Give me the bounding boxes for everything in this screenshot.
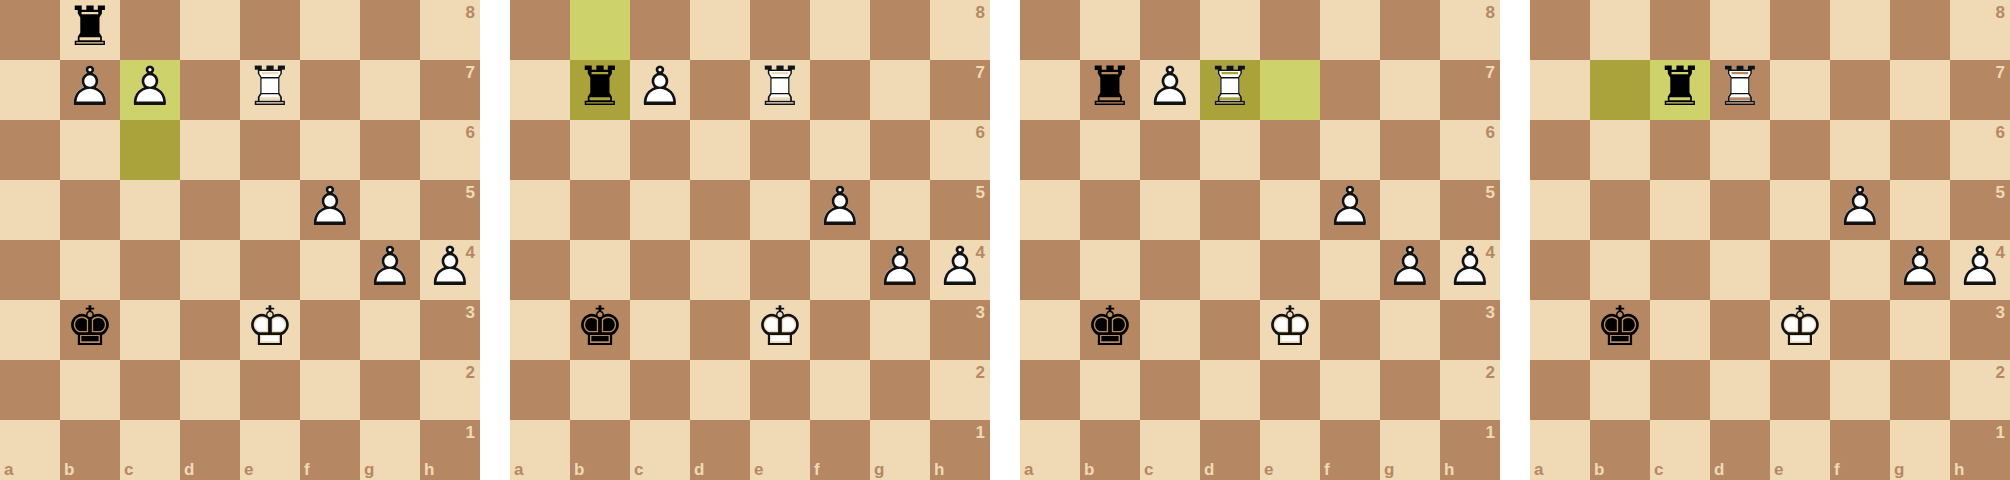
white-pawn-outline-glyph: ♙ [1896,240,1944,294]
square-e5[interactable] [1260,180,1320,240]
rank-label-3: 3 [1486,304,1495,321]
square-f4[interactable] [1830,240,1890,300]
file-label-d: d [1714,461,1724,478]
square-e2[interactable] [750,360,810,420]
square-a8[interactable] [1530,0,1590,60]
square-c3[interactable] [120,300,180,360]
square-g6[interactable] [360,120,420,180]
square-e7[interactable]: ♜♖ [750,60,810,120]
square-b5[interactable] [570,180,630,240]
white-king-outline-glyph: ♔ [246,300,294,354]
square-f2[interactable] [810,360,870,420]
white-pawn[interactable]: ♟♙ [120,60,180,120]
square-b2[interactable] [1080,360,1140,420]
square-d7[interactable]: ♜♖ [1710,60,1770,120]
square-c2[interactable] [120,360,180,420]
square-a8[interactable] [510,0,570,60]
black-king[interactable]: ♚ [1590,300,1650,360]
rank-label-6: 6 [976,124,985,141]
square-a5[interactable] [1530,180,1590,240]
square-a8[interactable] [0,0,60,60]
file-label-f: f [1834,461,1840,478]
square-b4[interactable] [1590,240,1650,300]
black-rook-glyph: ♜ [576,60,624,114]
file-label-f: f [814,461,820,478]
square-g7[interactable] [1380,60,1440,120]
square-d2[interactable] [1200,360,1260,420]
rank-label-5: 5 [1486,184,1495,201]
square-b4[interactable] [570,240,630,300]
square-g4[interactable]: ♟♙ [1380,240,1440,300]
white-pawn-outline-glyph: ♙ [366,240,414,294]
square-a3[interactable] [1530,300,1590,360]
square-b4[interactable] [60,240,120,300]
square-c8[interactable] [1650,0,1710,60]
square-b3[interactable]: ♚ [1080,300,1140,360]
rank-label-8: 8 [466,4,475,21]
file-label-b: b [1084,461,1094,478]
square-f8[interactable] [810,0,870,60]
square-d8[interactable] [1710,0,1770,60]
square-f7[interactable] [300,60,360,120]
square-e8[interactable] [240,0,300,60]
rank-label-2: 2 [1996,364,2005,381]
square-b7[interactable]: ♜ [1080,60,1140,120]
white-rook[interactable]: ♜♖ [750,60,810,120]
square-d3[interactable] [1200,300,1260,360]
white-pawn-outline-glyph: ♙ [126,60,174,114]
square-b3[interactable]: ♚ [1590,300,1650,360]
square-c2[interactable] [1650,360,1710,420]
square-a7[interactable] [0,60,60,120]
square-a6[interactable] [1530,120,1590,180]
square-a3[interactable] [510,300,570,360]
square-a2[interactable] [1020,360,1080,420]
square-c3[interactable] [630,300,690,360]
file-label-c: c [1654,461,1663,478]
square-a8[interactable] [1020,0,1080,60]
square-g3[interactable] [1890,300,1950,360]
square-b4[interactable] [1080,240,1140,300]
square-b2[interactable] [60,360,120,420]
black-rook[interactable]: ♜ [570,60,630,120]
square-e5[interactable] [1770,180,1830,240]
square-c4[interactable] [120,240,180,300]
rank-label-8: 8 [976,4,985,21]
square-a4[interactable] [0,240,60,300]
square-c4[interactable] [1650,240,1710,300]
square-d8[interactable] [1200,0,1260,60]
rank-label-1: 1 [1996,424,2005,441]
black-king-glyph: ♚ [576,300,624,354]
square-b2[interactable] [1590,360,1650,420]
square-a3[interactable] [0,300,60,360]
square-b6[interactable] [570,120,630,180]
file-label-h: h [1954,461,1964,478]
black-king[interactable]: ♚ [570,300,630,360]
square-e3[interactable]: ♚♔ [1260,300,1320,360]
square-b8[interactable] [570,0,630,60]
square-c3[interactable] [1650,300,1710,360]
white-king[interactable]: ♚♔ [1260,300,1320,360]
square-f6[interactable] [1830,120,1890,180]
black-rook[interactable]: ♜ [60,0,120,60]
square-b7[interactable]: ♜ [570,60,630,120]
white-pawn[interactable]: ♟♙ [810,180,870,240]
square-d4[interactable] [180,240,240,300]
square-d5[interactable] [180,180,240,240]
square-e8[interactable] [1770,0,1830,60]
square-d2[interactable] [1710,360,1770,420]
square-g8[interactable] [360,0,420,60]
white-king[interactable]: ♚♔ [750,300,810,360]
square-d5[interactable] [690,180,750,240]
white-pawn[interactable]: ♟♙ [360,240,420,300]
square-f8[interactable] [1830,0,1890,60]
rank-label-7: 7 [976,64,985,81]
square-c6[interactable] [1140,120,1200,180]
square-d7[interactable]: ♜♖ [1200,60,1260,120]
square-d5[interactable] [1710,180,1770,240]
square-d8[interactable] [180,0,240,60]
square-b2[interactable] [570,360,630,420]
square-d3[interactable] [1710,300,1770,360]
rank-label-4: 4 [1486,244,1495,261]
square-a5[interactable] [510,180,570,240]
square-e4[interactable] [1770,240,1830,300]
rank-label-1: 1 [466,424,475,441]
square-c8[interactable] [120,0,180,60]
square-f4[interactable] [300,240,360,300]
square-g6[interactable] [870,120,930,180]
file-label-e: e [754,461,763,478]
square-g5[interactable] [1380,180,1440,240]
square-g4[interactable]: ♟♙ [870,240,930,300]
square-c5[interactable] [120,180,180,240]
square-d4[interactable] [1710,240,1770,300]
white-king[interactable]: ♚♔ [1770,300,1830,360]
square-c7[interactable]: ♜ [1650,60,1710,120]
square-f3[interactable] [300,300,360,360]
rank-label-5: 5 [976,184,985,201]
square-e3[interactable]: ♚♔ [750,300,810,360]
black-rook-glyph: ♜ [1086,60,1134,114]
square-c5[interactable] [1140,180,1200,240]
white-king-outline-glyph: ♔ [1266,300,1314,354]
square-e6[interactable] [1260,120,1320,180]
square-f2[interactable] [300,360,360,420]
square-e3[interactable]: ♚♔ [1770,300,1830,360]
square-c7[interactable]: ♟♙ [630,60,690,120]
white-pawn-outline-glyph: ♙ [66,60,114,114]
square-e2[interactable] [1260,360,1320,420]
square-e4[interactable] [750,240,810,300]
square-c6[interactable] [630,120,690,180]
square-g7[interactable] [360,60,420,120]
square-a2[interactable] [510,360,570,420]
file-label-g: g [874,461,884,478]
rank-label-7: 7 [1996,64,2005,81]
square-d2[interactable] [690,360,750,420]
file-label-b: b [64,461,74,478]
square-b3[interactable]: ♚ [60,300,120,360]
square-c8[interactable] [630,0,690,60]
white-pawn[interactable]: ♟♙ [1380,240,1440,300]
square-g3[interactable] [1380,300,1440,360]
file-label-g: g [1894,461,1904,478]
square-b3[interactable]: ♚ [570,300,630,360]
square-d6[interactable] [1200,120,1260,180]
square-b8[interactable]: ♜ [60,0,120,60]
square-e7[interactable] [1770,60,1830,120]
square-e2[interactable] [1770,360,1830,420]
square-d8[interactable] [690,0,750,60]
square-g2[interactable] [870,360,930,420]
square-f8[interactable] [300,0,360,60]
file-label-f: f [1324,461,1330,478]
white-pawn[interactable]: ♟♙ [1890,240,1950,300]
white-pawn-outline-glyph: ♙ [1386,240,1434,294]
square-d7[interactable] [690,60,750,120]
square-f2[interactable] [1320,360,1380,420]
square-g2[interactable] [360,360,420,420]
rank-label-8: 8 [1486,4,1495,21]
square-a6[interactable] [1020,120,1080,180]
board-position-4: ♜♜♖♟♙♟♙♟♙♚♚♔87654321abcdefgh [1530,0,2010,480]
square-b8[interactable] [1080,0,1140,60]
black-king[interactable]: ♚ [60,300,120,360]
square-a7[interactable] [1020,60,1080,120]
square-c5[interactable] [630,180,690,240]
white-pawn[interactable]: ♟♙ [300,180,360,240]
rank-label-2: 2 [1486,364,1495,381]
file-label-e: e [244,461,253,478]
square-g3[interactable] [360,300,420,360]
square-d6[interactable] [690,120,750,180]
white-pawn-outline-glyph: ♙ [816,180,864,234]
square-f3[interactable] [810,300,870,360]
white-pawn-outline-glyph: ♙ [1146,60,1194,114]
square-g8[interactable] [1890,0,1950,60]
square-d6[interactable] [180,120,240,180]
rank-label-6: 6 [466,124,475,141]
square-f7[interactable] [810,60,870,120]
square-e8[interactable] [1260,0,1320,60]
rank-label-6: 6 [1486,124,1495,141]
square-c6[interactable] [1650,120,1710,180]
square-c4[interactable] [630,240,690,300]
white-pawn[interactable]: ♟♙ [1140,60,1200,120]
white-pawn[interactable]: ♟♙ [870,240,930,300]
square-a2[interactable] [0,360,60,420]
rank-label-3: 3 [1996,304,2005,321]
rank-label-5: 5 [466,184,475,201]
board-position-2: ♜♟♙♜♖♟♙♟♙♟♙♚♚♔87654321abcdefgh [510,0,990,480]
square-b7[interactable] [1590,60,1650,120]
square-g5[interactable] [1890,180,1950,240]
square-f7[interactable] [1830,60,1890,120]
square-a5[interactable] [0,180,60,240]
black-rook[interactable]: ♜ [1650,60,1710,120]
white-rook[interactable]: ♜♖ [240,60,300,120]
square-g6[interactable] [1890,120,1950,180]
square-f3[interactable] [1320,300,1380,360]
square-a2[interactable] [1530,360,1590,420]
rank-label-4: 4 [1996,244,2005,261]
white-pawn-outline-glyph: ♙ [306,180,354,234]
square-e5[interactable] [240,180,300,240]
square-g5[interactable] [360,180,420,240]
file-label-a: a [1024,461,1033,478]
square-a7[interactable] [510,60,570,120]
square-c6[interactable] [120,120,180,180]
white-king[interactable]: ♚♔ [240,300,300,360]
square-g7[interactable] [1890,60,1950,120]
square-a4[interactable] [1530,240,1590,300]
square-c8[interactable] [1140,0,1200,60]
square-e7[interactable]: ♜♖ [240,60,300,120]
rank-label-6: 6 [1996,124,2005,141]
black-rook[interactable]: ♜ [1080,60,1140,120]
square-g4[interactable]: ♟♙ [360,240,420,300]
square-f5[interactable]: ♟♙ [1320,180,1380,240]
square-a4[interactable] [1020,240,1080,300]
square-c2[interactable] [630,360,690,420]
square-c7[interactable]: ♟♙ [120,60,180,120]
white-pawn[interactable]: ♟♙ [630,60,690,120]
square-d3[interactable] [180,300,240,360]
black-rook-glyph: ♜ [66,0,114,54]
square-c5[interactable] [1650,180,1710,240]
square-g8[interactable] [1380,0,1440,60]
square-b6[interactable] [60,120,120,180]
square-e4[interactable] [1260,240,1320,300]
square-f6[interactable] [1320,120,1380,180]
rank-label-7: 7 [1486,64,1495,81]
square-d4[interactable] [1200,240,1260,300]
square-e5[interactable] [750,180,810,240]
square-g4[interactable]: ♟♙ [1890,240,1950,300]
square-f5[interactable]: ♟♙ [810,180,870,240]
square-g2[interactable] [1380,360,1440,420]
square-f4[interactable] [810,240,870,300]
square-d7[interactable] [180,60,240,120]
square-f7[interactable] [1320,60,1380,120]
rank-label-7: 7 [466,64,475,81]
white-rook[interactable]: ♜♖ [1710,60,1770,120]
square-a6[interactable] [510,120,570,180]
white-king-outline-glyph: ♔ [756,300,804,354]
rank-label-8: 8 [1996,4,2005,21]
square-a5[interactable] [1020,180,1080,240]
square-f3[interactable] [1830,300,1890,360]
white-pawn[interactable]: ♟♙ [60,60,120,120]
white-pawn[interactable]: ♟♙ [1830,180,1890,240]
square-b6[interactable] [1590,120,1650,180]
square-c7[interactable]: ♟♙ [1140,60,1200,120]
square-e4[interactable] [240,240,300,300]
file-label-a: a [1534,461,1543,478]
file-label-h: h [1444,461,1454,478]
rank-label-1: 1 [976,424,985,441]
white-rook-outline-glyph: ♖ [1716,60,1764,114]
square-f4[interactable] [1320,240,1380,300]
black-king-glyph: ♚ [66,300,114,354]
white-pawn-outline-glyph: ♙ [636,60,684,114]
square-f5[interactable]: ♟♙ [300,180,360,240]
square-a6[interactable] [0,120,60,180]
white-rook[interactable]: ♜♖ [1200,60,1260,120]
square-f8[interactable] [1320,0,1380,60]
black-rook-glyph: ♜ [1656,60,1704,114]
white-rook-outline-glyph: ♖ [246,60,294,114]
square-c2[interactable] [1140,360,1200,420]
white-pawn[interactable]: ♟♙ [1320,180,1380,240]
square-b8[interactable] [1590,0,1650,60]
square-g2[interactable] [1890,360,1950,420]
square-g6[interactable] [1380,120,1440,180]
square-f2[interactable] [1830,360,1890,420]
square-f5[interactable]: ♟♙ [1830,180,1890,240]
file-label-f: f [304,461,310,478]
square-d5[interactable] [1200,180,1260,240]
square-b6[interactable] [1080,120,1140,180]
square-f6[interactable] [300,120,360,180]
square-b7[interactable]: ♟♙ [60,60,120,120]
square-c3[interactable] [1140,300,1200,360]
black-king[interactable]: ♚ [1080,300,1140,360]
square-a3[interactable] [1020,300,1080,360]
black-king-glyph: ♚ [1596,300,1644,354]
rank-label-2: 2 [466,364,475,381]
square-d4[interactable] [690,240,750,300]
square-e7[interactable] [1260,60,1320,120]
white-pawn-outline-glyph: ♙ [1326,180,1374,234]
rank-label-4: 4 [976,244,985,261]
file-label-d: d [694,461,704,478]
square-e6[interactable] [750,120,810,180]
square-f6[interactable] [810,120,870,180]
board-position-3: ♜♟♙♜♖♟♙♟♙♟♙♚♚♔87654321abcdefgh [1020,0,1500,480]
square-e6[interactable] [240,120,300,180]
square-b5[interactable] [1590,180,1650,240]
square-g7[interactable] [870,60,930,120]
square-a4[interactable] [510,240,570,300]
square-a7[interactable] [1530,60,1590,120]
file-label-h: h [424,461,434,478]
square-b5[interactable] [60,180,120,240]
square-d3[interactable] [690,300,750,360]
square-g5[interactable] [870,180,930,240]
file-label-b: b [1594,461,1604,478]
square-d2[interactable] [180,360,240,420]
square-e6[interactable] [1770,120,1830,180]
square-e8[interactable] [750,0,810,60]
square-c4[interactable] [1140,240,1200,300]
rank-label-1: 1 [1486,424,1495,441]
square-e3[interactable]: ♚♔ [240,300,300,360]
file-label-h: h [934,461,944,478]
square-d6[interactable] [1710,120,1770,180]
square-g3[interactable] [870,300,930,360]
white-pawn-outline-glyph: ♙ [876,240,924,294]
square-e2[interactable] [240,360,300,420]
square-b5[interactable] [1080,180,1140,240]
rank-label-2: 2 [976,364,985,381]
chess-diagram-strip: ♜♟♙♟♙♜♖♟♙♟♙♟♙♚♚♔87654321abcdefgh ♜♟♙♜♖♟♙… [0,0,2010,480]
white-pawn-outline-glyph: ♙ [1836,180,1884,234]
square-g8[interactable] [870,0,930,60]
